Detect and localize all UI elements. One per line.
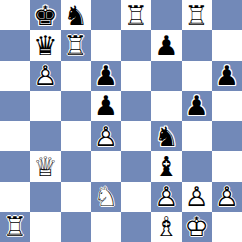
- square-f1[interactable]: ♝♗: [151, 212, 181, 242]
- square-h8[interactable]: [212, 0, 242, 30]
- white-pawn-outline-glyph: ♙: [33, 62, 57, 89]
- square-c2[interactable]: [61, 182, 91, 212]
- white-pawn-outline-glyph: ♙: [94, 123, 118, 150]
- square-e2[interactable]: [121, 182, 151, 212]
- square-d4[interactable]: ♟♙: [91, 121, 121, 151]
- square-f4[interactable]: ♞: [151, 121, 181, 151]
- square-a3[interactable]: [0, 151, 30, 181]
- square-f5[interactable]: [151, 91, 181, 121]
- white-pawn-outline-glyph: ♙: [185, 183, 209, 210]
- square-g6[interactable]: [182, 61, 212, 91]
- square-g8[interactable]: ♜♖: [182, 0, 212, 30]
- white-king-outline-glyph: ♔: [185, 213, 209, 240]
- white-queen-outline-glyph: ♕: [33, 153, 57, 180]
- square-d1[interactable]: [91, 212, 121, 242]
- white-pawn-outline-glyph: ♙: [154, 183, 178, 210]
- white-rook-outline-glyph: ♖: [64, 32, 88, 59]
- black-pawn-glyph: ♟: [94, 92, 118, 119]
- square-f8[interactable]: [151, 0, 181, 30]
- square-c7[interactable]: ♜♖: [61, 30, 91, 60]
- square-e8[interactable]: ♜♖: [121, 0, 151, 30]
- square-b3[interactable]: ♛♕: [30, 151, 60, 181]
- square-c4[interactable]: [61, 121, 91, 151]
- square-f3[interactable]: ♝: [151, 151, 181, 181]
- square-c8[interactable]: ♞: [61, 0, 91, 30]
- square-a7[interactable]: [0, 30, 30, 60]
- square-d2[interactable]: ♞♘: [91, 182, 121, 212]
- black-pawn-glyph: ♟: [215, 62, 239, 89]
- black-knight[interactable]: ♞: [154, 123, 178, 150]
- square-c1[interactable]: [61, 212, 91, 242]
- black-pawn-glyph: ♟: [154, 32, 178, 59]
- black-knight[interactable]: ♞: [64, 2, 88, 29]
- black-king[interactable]: ♚: [33, 2, 57, 29]
- square-h5[interactable]: [212, 91, 242, 121]
- white-rook[interactable]: ♜♖: [64, 32, 88, 59]
- square-a2[interactable]: [0, 182, 30, 212]
- square-a4[interactable]: [0, 121, 30, 151]
- black-pawn-glyph: ♟: [94, 62, 118, 89]
- white-knight[interactable]: ♞♘: [94, 183, 118, 210]
- white-pawn[interactable]: ♟♙: [215, 183, 239, 210]
- chess-board: ♚♞♜♖♜♖♛♜♖♟♟♙♟♟♟♟♟♙♞♛♕♝♞♘♟♙♟♙♟♙♜♖♝♗♚♔: [0, 0, 242, 242]
- white-pawn[interactable]: ♟♙: [154, 183, 178, 210]
- black-pawn[interactable]: ♟: [154, 32, 178, 59]
- square-e3[interactable]: [121, 151, 151, 181]
- white-pawn-outline-glyph: ♙: [215, 183, 239, 210]
- white-rook-outline-glyph: ♖: [3, 213, 27, 240]
- square-h6[interactable]: ♟: [212, 61, 242, 91]
- square-e1[interactable]: [121, 212, 151, 242]
- board-wrap: ♚♞♜♖♜♖♛♜♖♟♟♙♟♟♟♟♟♙♞♛♕♝♞♘♟♙♟♙♟♙♜♖♝♗♚♔: [0, 0, 242, 242]
- black-queen[interactable]: ♛: [33, 32, 57, 59]
- square-d3[interactable]: [91, 151, 121, 181]
- square-a8[interactable]: [0, 0, 30, 30]
- square-b1[interactable]: [30, 212, 60, 242]
- square-b8[interactable]: ♚: [30, 0, 60, 30]
- square-a5[interactable]: [0, 91, 30, 121]
- square-e6[interactable]: [121, 61, 151, 91]
- square-b6[interactable]: ♟♙: [30, 61, 60, 91]
- white-queen[interactable]: ♛♕: [33, 153, 57, 180]
- square-h3[interactable]: [212, 151, 242, 181]
- white-rook[interactable]: ♜♖: [185, 2, 209, 29]
- black-bishop-glyph: ♝: [154, 153, 178, 180]
- white-bishop[interactable]: ♝♗: [154, 213, 178, 240]
- black-pawn[interactable]: ♟: [215, 62, 239, 89]
- black-bishop[interactable]: ♝: [154, 153, 178, 180]
- square-h2[interactable]: ♟♙: [212, 182, 242, 212]
- black-knight-glyph: ♞: [64, 2, 88, 29]
- square-d7[interactable]: [91, 30, 121, 60]
- square-e4[interactable]: [121, 121, 151, 151]
- square-f2[interactable]: ♟♙: [151, 182, 181, 212]
- square-f6[interactable]: [151, 61, 181, 91]
- white-pawn[interactable]: ♟♙: [185, 183, 209, 210]
- white-rook[interactable]: ♜♖: [3, 213, 27, 240]
- square-e5[interactable]: [121, 91, 151, 121]
- white-knight-outline-glyph: ♘: [94, 183, 118, 210]
- square-g2[interactable]: ♟♙: [182, 182, 212, 212]
- white-pawn[interactable]: ♟♙: [94, 123, 118, 150]
- black-king-glyph: ♚: [33, 2, 57, 29]
- black-queen-glyph: ♛: [33, 32, 57, 59]
- square-h1[interactable]: [212, 212, 242, 242]
- square-h7[interactable]: [212, 30, 242, 60]
- square-c5[interactable]: [61, 91, 91, 121]
- white-rook-outline-glyph: ♖: [124, 2, 148, 29]
- black-pawn[interactable]: ♟: [185, 92, 209, 119]
- square-c3[interactable]: [61, 151, 91, 181]
- square-g4[interactable]: [182, 121, 212, 151]
- square-g7[interactable]: [182, 30, 212, 60]
- black-pawn-glyph: ♟: [185, 92, 209, 119]
- black-knight-glyph: ♞: [154, 123, 178, 150]
- square-d6[interactable]: ♟: [91, 61, 121, 91]
- square-b7[interactable]: ♛: [30, 30, 60, 60]
- square-g1[interactable]: ♚♔: [182, 212, 212, 242]
- square-b2[interactable]: [30, 182, 60, 212]
- square-b4[interactable]: [30, 121, 60, 151]
- square-d5[interactable]: ♟: [91, 91, 121, 121]
- black-pawn[interactable]: ♟: [94, 92, 118, 119]
- square-d8[interactable]: [91, 0, 121, 30]
- white-bishop-outline-glyph: ♗: [154, 213, 178, 240]
- square-a1[interactable]: ♜♖: [0, 212, 30, 242]
- white-king[interactable]: ♚♔: [185, 213, 209, 240]
- square-b5[interactable]: [30, 91, 60, 121]
- square-f7[interactable]: ♟: [151, 30, 181, 60]
- square-g5[interactable]: ♟: [182, 91, 212, 121]
- square-c6[interactable]: [61, 61, 91, 91]
- white-rook[interactable]: ♜♖: [124, 2, 148, 29]
- square-e7[interactable]: [121, 30, 151, 60]
- square-h4[interactable]: [212, 121, 242, 151]
- square-a6[interactable]: [0, 61, 30, 91]
- black-pawn[interactable]: ♟: [94, 62, 118, 89]
- white-rook-outline-glyph: ♖: [185, 2, 209, 29]
- square-g3[interactable]: [182, 151, 212, 181]
- white-pawn[interactable]: ♟♙: [33, 62, 57, 89]
